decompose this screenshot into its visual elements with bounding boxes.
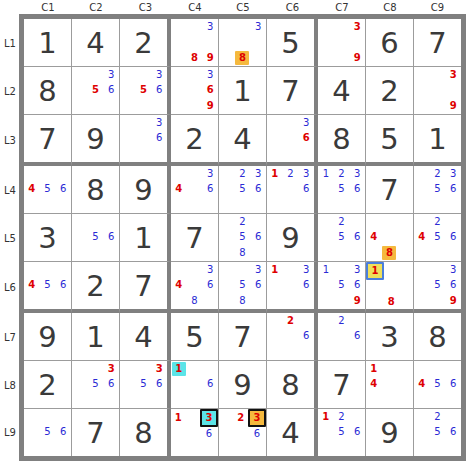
candidate-slot-8 <box>430 98 446 114</box>
cell-L9C9[interactable]: 256 <box>414 409 461 456</box>
candidate-grid: 346 <box>171 166 218 213</box>
candidate-2[interactable]: 2 <box>430 410 444 424</box>
candidate-4[interactable]: 4 <box>415 230 429 244</box>
candidate-slot-4: 4 <box>366 377 382 393</box>
cell-L1C3[interactable]: 2 <box>120 19 171 67</box>
candidate-6[interactable]: 6 <box>350 182 364 196</box>
cell-L6C4[interactable]: 3468 <box>171 262 219 313</box>
candidate-4[interactable]: 4 <box>25 182 39 196</box>
candidate-3[interactable]: 3 <box>203 263 217 277</box>
cell-L2C8[interactable]: 2 <box>366 67 414 115</box>
candidate-slot-2 <box>136 361 152 377</box>
candidate-8[interactable]: 8 <box>384 295 398 309</box>
candidate-9[interactable]: 9 <box>203 51 217 65</box>
cell-L2C1[interactable]: 8 <box>24 67 72 115</box>
cell-L3C3[interactable]: 36 <box>120 115 171 166</box>
cell-L4C6[interactable]: 1236 <box>267 166 318 214</box>
cell-L7C9[interactable]: 8 <box>414 313 461 361</box>
candidate-9[interactable]: 9 <box>446 99 460 113</box>
candidate-5[interactable]: 5 <box>136 83 150 97</box>
cell-L7C2[interactable]: 1 <box>72 313 120 361</box>
row-label-L9: L9 <box>0 409 19 456</box>
candidate-slot-3 <box>202 361 218 377</box>
cell-L9C6[interactable]: 4 <box>267 409 318 456</box>
candidate-slot-9 <box>103 98 119 114</box>
candidate-grid: 389 <box>171 19 218 66</box>
candidate-6[interactable]: 6 <box>104 230 118 244</box>
cell-L9C8[interactable]: 9 <box>366 409 414 456</box>
cell-L6C8[interactable]: 18 <box>366 262 414 313</box>
candidate-6[interactable]: 6 <box>152 83 166 97</box>
candidate-8-highlighted[interactable]: 8 <box>382 246 396 260</box>
candidate-slot-8 <box>382 392 398 408</box>
cell-L2C2[interactable]: 356 <box>72 67 120 115</box>
candidate-slot-7 <box>366 392 382 408</box>
candidate-3[interactable]: 3 <box>446 68 460 82</box>
cell-L9C1[interactable]: 56 <box>24 409 72 456</box>
cell-L8C6[interactable]: 8 <box>267 361 318 409</box>
candidate-6[interactable]: 6 <box>350 278 364 292</box>
candidate-slot-4: 4 <box>171 278 187 294</box>
candidate-slot-6: 6 <box>349 230 365 246</box>
cell-L9C7[interactable]: 1256 <box>318 409 366 456</box>
candidate-slot-1 <box>72 361 88 377</box>
cell-L5C7[interactable]: 256 <box>318 214 366 262</box>
candidate-slot-8 <box>88 98 104 114</box>
candidate-9[interactable]: 9 <box>350 294 364 308</box>
candidate-6[interactable]: 6 <box>446 377 460 391</box>
candidate-slot-2: 2 <box>234 409 249 427</box>
candidate-6[interactable]: 6 <box>299 131 313 145</box>
candidate-3-highlighted[interactable]: 3 <box>200 409 218 427</box>
candidate-slot-6 <box>397 230 413 246</box>
cell-L6C1[interactable]: 456 <box>24 262 72 313</box>
cell-L4C3[interactable]: 9 <box>120 166 171 214</box>
candidate-slot-1 <box>120 361 136 377</box>
candidate-slot-4 <box>171 427 186 442</box>
candidate-slot-3: 3 <box>248 409 266 427</box>
candidate-slot-2 <box>430 361 446 377</box>
candidate-6[interactable]: 6 <box>251 182 265 196</box>
cell-L3C9[interactable]: 1 <box>414 115 461 166</box>
cell-L5C4[interactable]: 7 <box>171 214 219 262</box>
cell-L8C1[interactable]: 2 <box>24 361 72 409</box>
candidate-slot-7 <box>414 392 430 408</box>
candidate-6[interactable]: 6 <box>350 230 364 244</box>
candidate-3[interactable]: 3 <box>152 116 166 130</box>
candidate-1[interactable]: 1 <box>319 167 333 181</box>
candidate-8[interactable]: 8 <box>235 246 249 260</box>
candidate-9[interactable]: 9 <box>446 294 460 308</box>
candidate-6[interactable]: 6 <box>446 182 460 196</box>
cell-L3C7[interactable]: 8 <box>318 115 366 166</box>
candidate-6[interactable]: 6 <box>250 427 264 441</box>
candidate-slot-9 <box>397 245 413 261</box>
candidate-slot-7 <box>171 392 187 408</box>
candidate-slot-7 <box>120 146 136 162</box>
cell-L8C9[interactable]: 456 <box>414 361 461 409</box>
row-labels: L1L2L3L4L5L6L7L8L9 <box>0 19 19 456</box>
candidate-grid: 2456 <box>414 214 461 261</box>
candidate-5[interactable]: 5 <box>430 425 444 439</box>
candidate-5[interactable]: 5 <box>88 83 102 97</box>
candidate-slot-8 <box>430 197 446 213</box>
candidate-3[interactable]: 3 <box>203 167 217 181</box>
candidate-slot-8 <box>136 392 152 408</box>
cell-L3C6[interactable]: 36 <box>267 115 318 166</box>
candidate-slot-5: 5 <box>334 182 350 198</box>
cell-L8C7[interactable]: 7 <box>318 361 366 409</box>
candidate-slot-8 <box>40 440 56 456</box>
candidate-slot-5 <box>430 83 446 99</box>
candidate-slot-4 <box>318 35 334 51</box>
cell-L2C6[interactable]: 7 <box>267 67 318 115</box>
candidate-6[interactable]: 6 <box>251 278 265 292</box>
candidate-slot-8 <box>187 98 203 114</box>
candidate-1-highlighted[interactable]: 1 <box>172 362 186 376</box>
candidate-2[interactable]: 2 <box>334 314 348 328</box>
candidate-5[interactable]: 5 <box>88 230 102 244</box>
row-label-L7: L7 <box>0 313 19 361</box>
candidate-slot-3: 3 <box>250 19 266 35</box>
candidate-6[interactable]: 6 <box>152 131 166 145</box>
candidate-slot-8 <box>88 392 104 408</box>
candidate-grid: 2356 <box>414 166 461 213</box>
candidate-slot-4 <box>72 83 88 99</box>
candidate-slot-8: 8 <box>235 50 251 66</box>
candidate-6[interactable]: 6 <box>299 278 313 292</box>
candidate-6[interactable]: 6 <box>446 425 460 439</box>
cell-L6C9[interactable]: 3569 <box>414 262 461 313</box>
candidate-3[interactable]: 3 <box>203 20 217 34</box>
candidate-slot-2: 2 <box>334 214 350 230</box>
candidate-slot-3 <box>55 262 71 278</box>
candidate-2[interactable]: 2 <box>283 314 297 328</box>
candidate-3[interactable]: 3 <box>299 167 313 181</box>
cell-L7C6[interactable]: 26 <box>267 313 318 361</box>
cell-L5C2[interactable]: 56 <box>72 214 120 262</box>
candidate-slot-6: 6 <box>250 278 266 294</box>
candidate-3[interactable]: 3 <box>350 20 364 34</box>
candidate-5[interactable]: 5 <box>430 182 444 196</box>
candidate-slot-1 <box>72 67 88 83</box>
candidate-slot-5 <box>187 278 203 294</box>
candidate-slot-4 <box>414 182 430 198</box>
candidate-slot-5: 5 <box>235 278 251 294</box>
candidate-slot-9 <box>349 440 365 456</box>
candidate-1[interactable]: 1 <box>268 167 282 181</box>
candidate-5[interactable]: 5 <box>235 230 249 244</box>
candidate-5[interactable]: 5 <box>334 425 348 439</box>
cell-L8C8[interactable]: 14 <box>366 361 414 409</box>
cell-L3C5[interactable]: 4 <box>219 115 267 166</box>
candidate-2[interactable]: 2 <box>430 215 444 229</box>
column-label-C6: C6 <box>267 0 318 14</box>
candidate-slot-1: 1 <box>318 166 334 182</box>
candidate-2[interactable]: 2 <box>334 215 348 229</box>
candidate-8-highlighted[interactable]: 8 <box>235 51 249 65</box>
candidate-6[interactable]: 6 <box>350 329 364 343</box>
cell-L1C5[interactable]: 38 <box>219 19 267 67</box>
cell-L8C3[interactable]: 356 <box>120 361 171 409</box>
cell-L6C3[interactable]: 7 <box>120 262 171 313</box>
candidate-8[interactable]: 8 <box>187 294 201 308</box>
candidate-2[interactable]: 2 <box>334 167 348 181</box>
cell-L4C5[interactable]: 2356 <box>219 166 267 214</box>
cell-L1C8[interactable]: 6 <box>366 19 414 67</box>
candidate-5[interactable]: 5 <box>430 377 444 391</box>
candidate-slot-8 <box>283 293 299 309</box>
cell-L7C8[interactable]: 3 <box>366 313 414 361</box>
candidate-slot-5: 5 <box>136 83 152 99</box>
candidate-6[interactable]: 6 <box>203 377 217 391</box>
candidate-1[interactable]: 1 <box>319 263 333 277</box>
candidate-grid: 38 <box>219 19 266 66</box>
candidate-6[interactable]: 6 <box>56 278 70 292</box>
cell-L6C5[interactable]: 3568 <box>219 262 267 313</box>
cell-L1C1[interactable]: 1 <box>24 19 72 67</box>
candidate-grid: 48 <box>366 214 413 261</box>
cell-L7C3[interactable]: 4 <box>120 313 171 361</box>
candidate-slot-8 <box>40 293 56 309</box>
cell-L2C9[interactable]: 39 <box>414 67 461 115</box>
cell-L4C2[interactable]: 8 <box>72 166 120 214</box>
cell-L5C6[interactable]: 9 <box>267 214 318 262</box>
cell-L5C1[interactable]: 3 <box>24 214 72 262</box>
candidate-1[interactable]: 1 <box>268 263 282 277</box>
candidate-slot-5 <box>382 377 398 393</box>
cell-L7C4[interactable]: 5 <box>171 313 219 361</box>
cell-L9C5[interactable]: 236 <box>219 409 267 456</box>
candidate-slot-7 <box>318 50 334 66</box>
candidate-6[interactable]: 6 <box>446 230 460 244</box>
cell-L8C4[interactable]: 16 <box>171 361 219 409</box>
candidate-6[interactable]: 6 <box>203 182 217 196</box>
cell-L2C3[interactable]: 356 <box>120 67 171 115</box>
cell-L4C7[interactable]: 12356 <box>318 166 366 214</box>
candidate-3-highlighted[interactable]: 3 <box>248 409 266 427</box>
candidate-5[interactable]: 5 <box>40 425 54 439</box>
cell-L2C4[interactable]: 369 <box>171 67 219 115</box>
candidate-2[interactable]: 2 <box>334 410 348 424</box>
candidate-grid: 26 <box>267 313 314 360</box>
cell-L2C7[interactable]: 4 <box>318 67 366 115</box>
cell-L3C8[interactable]: 5 <box>366 115 414 166</box>
candidate-3[interactable]: 3 <box>203 68 217 82</box>
cell-L5C3[interactable]: 1 <box>120 214 171 262</box>
candidate-3[interactable]: 3 <box>152 68 166 82</box>
candidate-5[interactable]: 5 <box>334 278 348 292</box>
candidate-5[interactable]: 5 <box>430 230 444 244</box>
candidate-3[interactable]: 3 <box>251 167 265 181</box>
cell-L2C5[interactable]: 1 <box>219 67 267 115</box>
candidate-1[interactable]: 1 <box>319 410 333 424</box>
candidate-3[interactable]: 3 <box>152 362 166 376</box>
candidate-2[interactable]: 2 <box>234 411 248 425</box>
candidate-slot-1 <box>171 67 187 83</box>
candidate-5[interactable]: 5 <box>430 278 444 292</box>
cell-L1C9[interactable]: 7 <box>414 19 461 67</box>
candidate-slot-8 <box>136 98 152 114</box>
candidate-slot-4 <box>219 182 235 198</box>
candidate-4[interactable]: 4 <box>415 377 429 391</box>
candidate-1[interactable]: 1 <box>367 362 381 376</box>
cell-L1C2[interactable]: 4 <box>72 19 120 67</box>
cell-L1C6[interactable]: 5 <box>267 19 318 67</box>
candidate-4[interactable]: 4 <box>172 278 186 292</box>
candidate-slot-4 <box>72 230 88 246</box>
candidate-slot-5: 5 <box>334 278 350 294</box>
candidate-slot-1 <box>171 166 187 182</box>
candidate-slot-7 <box>72 245 88 261</box>
candidate-slot-6: 6 <box>445 278 461 294</box>
candidate-1-highlighted[interactable]: 1 <box>366 262 384 280</box>
candidate-slot-2 <box>430 67 446 83</box>
cell-L4C1[interactable]: 456 <box>24 166 72 214</box>
cell-L4C9[interactable]: 2356 <box>414 166 461 214</box>
candidate-3[interactable]: 3 <box>299 263 313 277</box>
candidate-slot-7 <box>267 344 283 360</box>
candidate-5[interactable]: 5 <box>40 278 54 292</box>
cell-L4C8[interactable]: 7 <box>366 166 414 214</box>
candidate-slot-3: 3 <box>445 262 461 278</box>
candidate-2[interactable]: 2 <box>235 215 249 229</box>
candidate-3[interactable]: 3 <box>104 362 118 376</box>
candidate-4[interactable]: 4 <box>172 182 186 196</box>
cell-L5C8[interactable]: 48 <box>366 214 414 262</box>
candidate-4[interactable]: 4 <box>25 278 39 292</box>
candidate-slot-1 <box>414 166 430 182</box>
candidate-6[interactable]: 6 <box>203 278 217 292</box>
cell-L3C2[interactable]: 9 <box>72 115 120 166</box>
cell-L7C7[interactable]: 26 <box>318 313 366 361</box>
candidate-3[interactable]: 3 <box>446 167 460 181</box>
candidate-slot-9 <box>445 197 461 213</box>
cell-L6C7[interactable]: 13569 <box>318 262 366 313</box>
cell-L8C2[interactable]: 356 <box>72 361 120 409</box>
candidate-slot-8: 8 <box>187 50 203 66</box>
cell-L7C1[interactable]: 9 <box>24 313 72 361</box>
candidate-slot-7 <box>318 197 334 213</box>
candidate-2[interactable]: 2 <box>283 167 297 181</box>
candidate-9[interactable]: 9 <box>203 99 217 113</box>
candidate-5[interactable]: 5 <box>40 182 54 196</box>
row-label-L8: L8 <box>0 361 19 409</box>
candidate-slot-3: 3 <box>103 67 119 83</box>
candidate-6[interactable]: 6 <box>203 83 217 97</box>
candidate-slot-5 <box>283 131 299 147</box>
candidate-6[interactable]: 6 <box>202 427 216 441</box>
candidate-4[interactable]: 4 <box>367 377 381 391</box>
row-label-L3: L3 <box>0 115 19 166</box>
candidate-slot-4 <box>414 278 430 294</box>
cell-L6C2[interactable]: 2 <box>72 262 120 313</box>
candidate-slot-1 <box>414 262 430 278</box>
cell-L3C4[interactable]: 2 <box>171 115 219 166</box>
candidate-slot-4 <box>267 329 283 345</box>
candidate-9[interactable]: 9 <box>350 51 364 65</box>
candidate-4[interactable]: 4 <box>367 230 381 244</box>
candidate-slot-1 <box>414 361 430 377</box>
candidate-slot-6 <box>399 280 414 295</box>
candidate-3[interactable]: 3 <box>350 263 364 277</box>
candidate-3[interactable]: 3 <box>251 263 265 277</box>
candidate-slot-7 <box>318 293 334 309</box>
candidate-slot-5: 5 <box>40 182 56 198</box>
candidate-5[interactable]: 5 <box>334 182 348 196</box>
candidate-2[interactable]: 2 <box>430 167 444 181</box>
candidate-6[interactable]: 6 <box>104 377 118 391</box>
candidate-8[interactable]: 8 <box>187 51 201 65</box>
candidate-slot-3 <box>445 361 461 377</box>
candidate-slot-3 <box>55 409 71 425</box>
cell-L9C3[interactable]: 8 <box>120 409 171 456</box>
candidate-3[interactable]: 3 <box>350 167 364 181</box>
cell-L6C6[interactable]: 136 <box>267 262 318 313</box>
candidate-6[interactable]: 6 <box>152 377 166 391</box>
cell-L3C1[interactable]: 7 <box>24 115 72 166</box>
candidate-5[interactable]: 5 <box>235 278 249 292</box>
cell-L7C5[interactable]: 7 <box>219 313 267 361</box>
candidate-3[interactable]: 3 <box>104 68 118 82</box>
candidate-3[interactable]: 3 <box>251 20 265 34</box>
candidate-slot-6: 6 <box>248 427 266 442</box>
candidate-3[interactable]: 3 <box>446 263 460 277</box>
candidate-6[interactable]: 6 <box>251 230 265 244</box>
cell-L5C5[interactable]: 2568 <box>219 214 267 262</box>
candidate-slot-1 <box>171 19 187 35</box>
candidate-slot-6: 6 <box>445 230 461 246</box>
candidate-6[interactable]: 6 <box>350 425 364 439</box>
candidate-slot-9 <box>445 245 461 261</box>
candidate-6[interactable]: 6 <box>56 425 70 439</box>
candidate-slot-7 <box>267 197 283 213</box>
row-label-L4: L4 <box>0 166 19 214</box>
candidate-5[interactable]: 5 <box>136 377 150 391</box>
cell-L5C9[interactable]: 2456 <box>414 214 461 262</box>
candidate-slot-5 <box>187 35 203 51</box>
candidate-slot-7 <box>219 442 234 457</box>
candidate-grid: 236 <box>219 409 266 456</box>
candidate-6[interactable]: 6 <box>56 182 70 196</box>
candidate-grid: 356 <box>120 361 167 408</box>
candidate-slot-1 <box>219 214 235 230</box>
cell-L4C4[interactable]: 346 <box>171 166 219 214</box>
candidate-2[interactable]: 2 <box>235 167 249 181</box>
cell-L1C7[interactable]: 39 <box>318 19 366 67</box>
candidate-6[interactable]: 6 <box>446 278 460 292</box>
candidate-6[interactable]: 6 <box>104 83 118 97</box>
candidate-5[interactable]: 5 <box>334 230 348 244</box>
candidate-1[interactable]: 1 <box>171 411 185 425</box>
candidate-6[interactable]: 6 <box>299 182 313 196</box>
candidate-5[interactable]: 5 <box>235 182 249 196</box>
candidate-6[interactable]: 6 <box>299 329 313 343</box>
candidate-grid: 3568 <box>219 262 266 309</box>
candidate-slot-9 <box>202 392 218 408</box>
candidate-5[interactable]: 5 <box>88 377 102 391</box>
candidate-slot-1 <box>318 313 334 329</box>
candidate-grid: 256 <box>318 214 365 261</box>
candidate-8[interactable]: 8 <box>235 294 249 308</box>
cell-L8C5[interactable]: 9 <box>219 361 267 409</box>
candidate-3[interactable]: 3 <box>299 116 313 130</box>
cell-L9C4[interactable]: 136 <box>171 409 219 456</box>
cell-L1C4[interactable]: 389 <box>171 19 219 67</box>
candidate-slot-8: 8 <box>384 295 399 310</box>
candidate-slot-2: 2 <box>235 214 251 230</box>
cell-L9C2[interactable]: 7 <box>72 409 120 456</box>
